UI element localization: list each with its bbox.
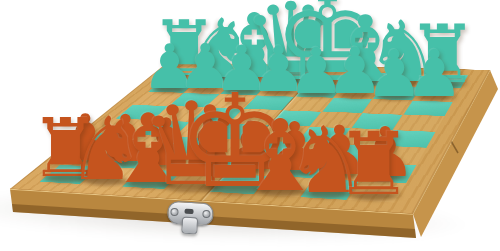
- piece-white-orange-rook-h1[interactable]: ♜: [335, 122, 413, 209]
- clasp-knob: [181, 217, 198, 235]
- clasp-latch: [164, 201, 216, 241]
- piece-black-teal-pawn-h7[interactable]: ♟: [405, 42, 463, 107]
- clasp-keyhole: [184, 209, 193, 215]
- pieces-layer: ♜♞♝♛♚♝♞♜♟♟♟♟♟♟♟♟♟♟♟♟♟♟♟♟♜♞♝♛♚♝♞♜: [0, 0, 500, 251]
- chess-set-photo: ♜♞♝♛♚♝♞♜♟♟♟♟♟♟♟♟♟♟♟♟♟♟♟♟♜♞♝♛♚♝♞♜: [0, 0, 500, 251]
